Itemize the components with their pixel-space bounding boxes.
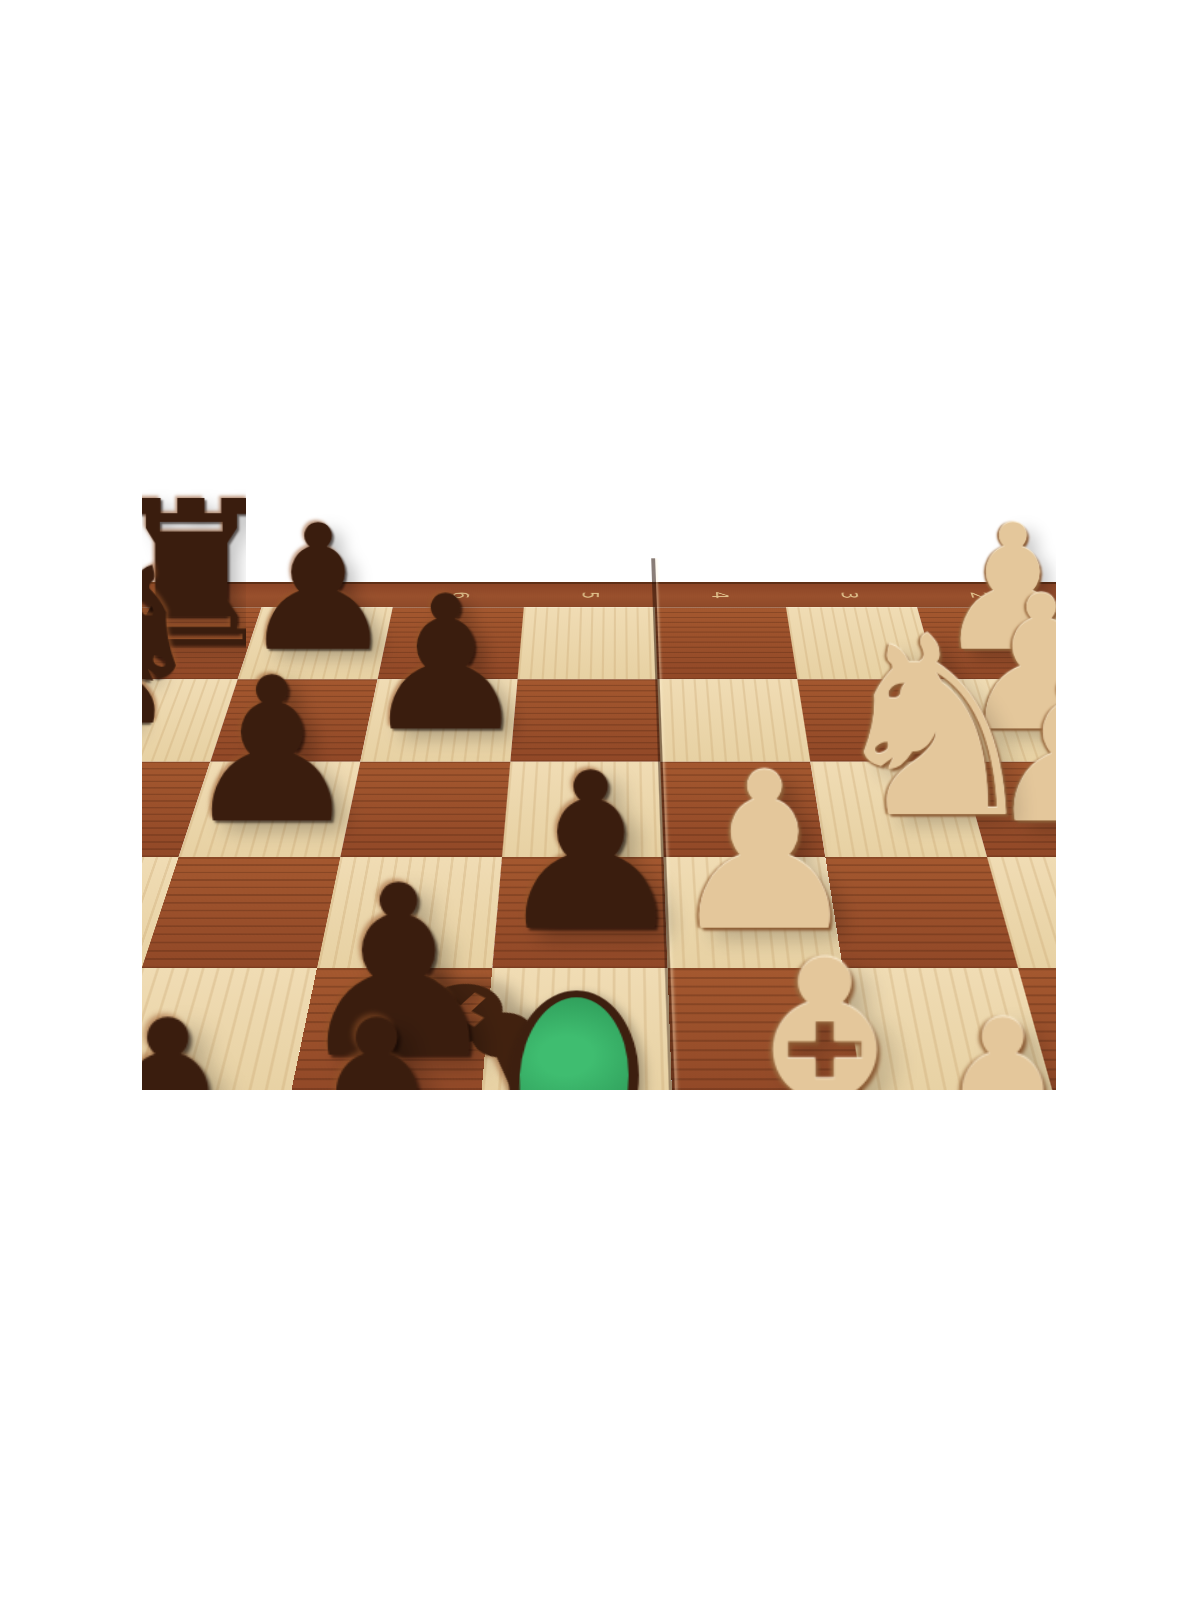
chess-board: 87654321 ♜♟♟♟♞♟♟♟♞♟♟♟♟♝♟♟♝♟♟ (142, 582, 1056, 1090)
square-e5[interactable]: ♟ (492, 857, 667, 968)
chess-set-photo: 87654321 ♜♟♟♟♞♟♟♟♞♟♟♟♟♝♟♟♝♟♟ (142, 478, 1056, 1090)
black-pawn-e5[interactable]: ♟ (493, 750, 667, 956)
black-pawn-c6[interactable]: ♟ (260, 994, 469, 1090)
white-pawn-c3[interactable]: ♟ (886, 994, 1056, 1090)
black-pawn-f7[interactable]: ♟ (182, 656, 342, 847)
board-grid: ♜♟♟♟♞♟♟♟♞♟♟♟♟♝♟♟♝♟♟ (142, 607, 1056, 1090)
black-pawn-g6[interactable]: ♟ (362, 576, 511, 753)
square-h5[interactable] (518, 607, 658, 679)
black-pawn-c7[interactable]: ♟ (142, 994, 260, 1090)
square-d5[interactable]: ♝ (481, 968, 672, 1090)
square-h4[interactable] (655, 607, 797, 679)
white-bishop-c4[interactable]: ♝ (677, 929, 886, 1090)
product-photo-page: { "game": "chess", "scene": "overhead-an… (0, 0, 1200, 1600)
